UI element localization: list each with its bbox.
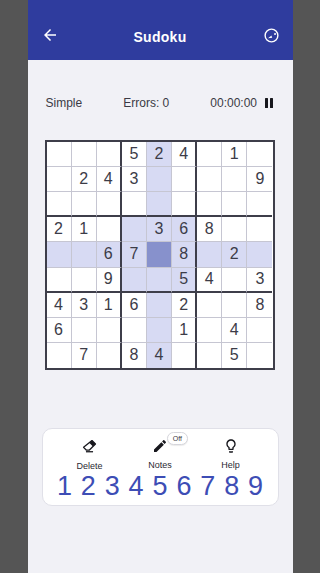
cell-r5c1[interactable]	[47, 242, 72, 267]
numpad-4[interactable]: 4	[124, 472, 148, 502]
cell-r2c9[interactable]: 9	[247, 167, 272, 192]
number-pad: 123456789	[43, 472, 278, 502]
cell-r7c8[interactable]	[222, 293, 247, 318]
cell-r3c9[interactable]	[247, 192, 272, 217]
cell-r4c8[interactable]	[222, 217, 247, 242]
cell-r9c9[interactable]	[247, 343, 272, 368]
cell-r6c9[interactable]: 3	[247, 268, 272, 293]
numpad-8[interactable]: 8	[220, 472, 244, 502]
cell-r4c4[interactable]	[122, 217, 147, 242]
lightbulb-icon	[223, 438, 239, 458]
cell-r4c2[interactable]: 1	[72, 217, 97, 242]
cell-r7c5[interactable]	[147, 293, 172, 318]
actions-row: Delete Off Notes Help	[43, 429, 278, 471]
numpad-5[interactable]: 5	[148, 472, 172, 502]
cell-r8c5[interactable]	[147, 318, 172, 343]
cell-r7c2[interactable]: 3	[72, 293, 97, 318]
cell-r3c5[interactable]	[147, 192, 172, 217]
cell-r2c7[interactable]	[197, 167, 222, 192]
pencil-icon	[152, 438, 168, 458]
difficulty-label: Simple	[46, 96, 83, 110]
cell-r6c2[interactable]	[72, 268, 97, 293]
notes-toggle-badge: Off	[167, 432, 188, 445]
cell-r9c6[interactable]	[172, 343, 197, 368]
sudoku-board: 5241243921368678295434316286147845	[45, 140, 275, 370]
cell-r1c3[interactable]	[97, 142, 122, 167]
cell-r4c7[interactable]: 8	[197, 217, 222, 242]
arrow-left-icon	[41, 26, 59, 48]
cell-r2c5[interactable]	[147, 167, 172, 192]
cell-r8c8[interactable]: 4	[222, 318, 247, 343]
cell-r4c9[interactable]	[247, 217, 272, 242]
cell-r5c9[interactable]	[247, 242, 272, 267]
numpad-3[interactable]: 3	[100, 472, 124, 502]
notes-label: Notes	[148, 460, 172, 470]
numpad-2[interactable]: 2	[76, 472, 100, 502]
cell-r8c3[interactable]	[97, 318, 122, 343]
help-button[interactable]: Help	[216, 438, 246, 470]
back-button[interactable]	[28, 26, 72, 48]
cell-r7c7[interactable]	[197, 293, 222, 318]
cell-r4c5[interactable]: 3	[147, 217, 172, 242]
cell-r3c4[interactable]	[122, 192, 147, 217]
timer-value: 00:00:00	[210, 96, 257, 110]
cell-r7c1[interactable]: 4	[47, 293, 72, 318]
cell-r2c1[interactable]	[47, 167, 72, 192]
cell-r7c3[interactable]: 1	[97, 293, 122, 318]
cell-r5c4[interactable]: 7	[122, 242, 147, 267]
cell-r9c3[interactable]	[97, 343, 122, 368]
numpad-7[interactable]: 7	[196, 472, 220, 502]
errors-value: 0	[163, 96, 170, 110]
cell-r5c6[interactable]: 8	[172, 242, 197, 267]
numpad-6[interactable]: 6	[172, 472, 196, 502]
notes-button[interactable]: Off Notes	[145, 438, 175, 470]
cell-r5c2[interactable]	[72, 242, 97, 267]
controls-card: Delete Off Notes Help 123456789	[42, 428, 279, 506]
cell-r3c3[interactable]	[97, 192, 122, 217]
cell-r4c6[interactable]: 6	[172, 217, 197, 242]
cell-r7c6[interactable]: 2	[172, 293, 197, 318]
numpad-1[interactable]: 1	[53, 472, 77, 502]
cell-r2c3[interactable]: 4	[97, 167, 122, 192]
sudoku-app-screen: Sudoku Simple Errors: 0 00:00:00 5	[28, 0, 293, 573]
cell-r6c3[interactable]: 9	[97, 268, 122, 293]
eraser-icon	[81, 438, 98, 459]
cell-r1c1[interactable]	[47, 142, 72, 167]
cell-r1c9[interactable]	[247, 142, 272, 167]
cell-r2c2[interactable]: 2	[72, 167, 97, 192]
cell-r2c8[interactable]	[222, 167, 247, 192]
cell-r9c7[interactable]	[197, 343, 222, 368]
palette-icon	[263, 27, 280, 48]
cell-r5c7[interactable]	[197, 242, 222, 267]
cell-r4c3[interactable]	[97, 217, 122, 242]
app-header: Sudoku	[28, 0, 293, 60]
cell-r5c8[interactable]: 2	[222, 242, 247, 267]
cell-r6c5[interactable]	[147, 268, 172, 293]
cell-r7c9[interactable]: 8	[247, 293, 272, 318]
status-row: Simple Errors: 0 00:00:00	[28, 96, 293, 110]
cell-r9c8[interactable]: 5	[222, 343, 247, 368]
cell-r7c4[interactable]: 6	[122, 293, 147, 318]
pause-button[interactable]	[263, 96, 275, 110]
cell-r9c4[interactable]: 8	[122, 343, 147, 368]
cell-r1c6[interactable]: 4	[172, 142, 197, 167]
cell-r1c4[interactable]: 5	[122, 142, 147, 167]
cell-r8c6[interactable]: 1	[172, 318, 197, 343]
cell-r3c1[interactable]	[47, 192, 72, 217]
cell-r9c1[interactable]	[47, 343, 72, 368]
numpad-9[interactable]: 9	[244, 472, 268, 502]
cell-r8c2[interactable]	[72, 318, 97, 343]
cell-r8c1[interactable]: 6	[47, 318, 72, 343]
cell-r8c9[interactable]	[247, 318, 272, 343]
cell-r2c6[interactable]	[172, 167, 197, 192]
help-label: Help	[221, 460, 240, 470]
cell-r3c2[interactable]	[72, 192, 97, 217]
cell-r1c2[interactable]	[72, 142, 97, 167]
cell-r6c1[interactable]	[47, 268, 72, 293]
cell-r5c3[interactable]: 6	[97, 242, 122, 267]
errors-label: Errors:	[123, 96, 159, 110]
theme-button[interactable]	[251, 27, 293, 48]
cell-r6c4[interactable]	[122, 268, 147, 293]
cell-r6c6[interactable]: 5	[172, 268, 197, 293]
cell-r8c7[interactable]	[197, 318, 222, 343]
cell-r2c4[interactable]: 3	[122, 167, 147, 192]
cell-r3c8[interactable]	[222, 192, 247, 217]
errors-counter: Errors: 0	[123, 96, 169, 110]
cell-r9c5[interactable]: 4	[147, 343, 172, 368]
cell-r4c1[interactable]: 2	[47, 217, 72, 242]
delete-button[interactable]: Delete	[75, 438, 105, 471]
cell-r6c7[interactable]: 4	[197, 268, 222, 293]
cell-r6c8[interactable]	[222, 268, 247, 293]
cell-r3c6[interactable]	[172, 192, 197, 217]
cell-r3c7[interactable]	[197, 192, 222, 217]
cell-r1c8[interactable]: 1	[222, 142, 247, 167]
cell-r5c5[interactable]	[147, 242, 172, 267]
cell-r8c4[interactable]	[122, 318, 147, 343]
cell-r9c2[interactable]: 7	[72, 343, 97, 368]
cell-r1c7[interactable]	[197, 142, 222, 167]
cell-r1c5[interactable]: 2	[147, 142, 172, 167]
delete-label: Delete	[76, 461, 102, 471]
